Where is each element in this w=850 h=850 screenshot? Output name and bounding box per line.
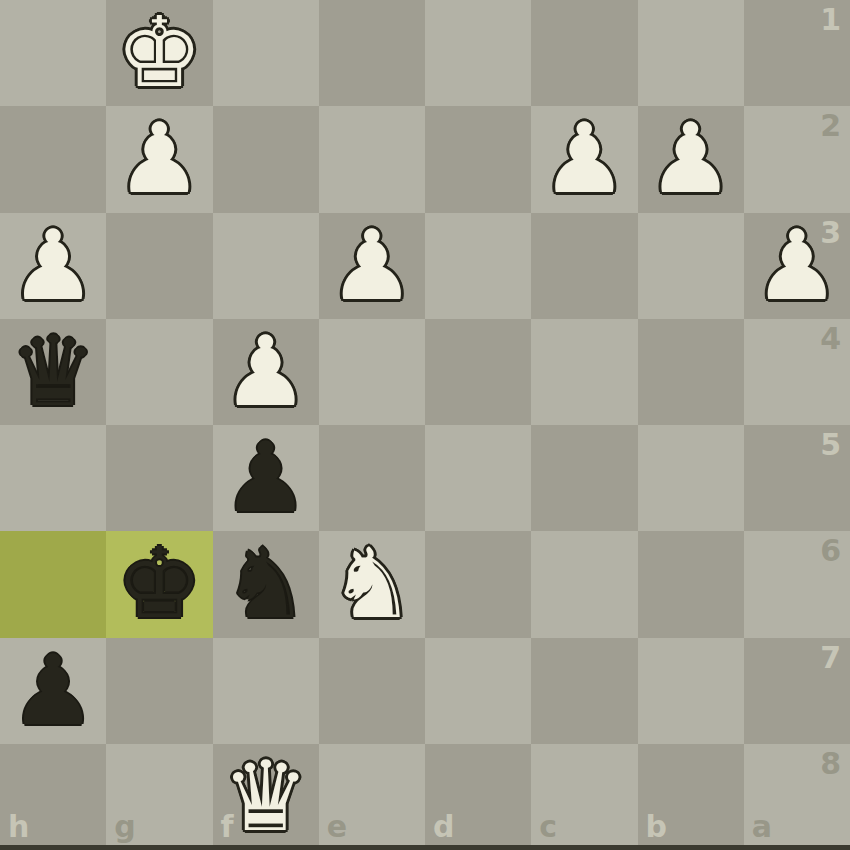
square-f8[interactable]: ♛f	[213, 744, 319, 850]
square-b3[interactable]	[638, 213, 744, 319]
square-c3[interactable]	[531, 213, 637, 319]
square-c7[interactable]	[531, 638, 637, 744]
square-f1[interactable]	[213, 0, 319, 106]
square-h7[interactable]: ♟	[0, 638, 106, 744]
square-a3[interactable]: ♟3	[744, 213, 850, 319]
square-h3[interactable]: ♟	[0, 213, 106, 319]
square-b4[interactable]	[638, 319, 744, 425]
square-b5[interactable]	[638, 425, 744, 531]
square-h4[interactable]: ♛	[0, 319, 106, 425]
white-pawn: ♟	[106, 106, 212, 212]
square-b2[interactable]: ♟	[638, 106, 744, 212]
file-label-e: e	[327, 809, 347, 844]
square-c5[interactable]	[531, 425, 637, 531]
white-pawn: ♟	[0, 213, 106, 319]
square-d6[interactable]	[425, 531, 531, 637]
white-pawn: ♟	[213, 319, 319, 425]
square-b6[interactable]	[638, 531, 744, 637]
square-e4[interactable]	[319, 319, 425, 425]
square-a5[interactable]: 5	[744, 425, 850, 531]
black-knight: ♞	[213, 531, 319, 637]
square-h1[interactable]	[0, 0, 106, 106]
square-f5[interactable]: ♟	[213, 425, 319, 531]
square-g6[interactable]: ♚	[106, 531, 212, 637]
square-f2[interactable]	[213, 106, 319, 212]
square-e5[interactable]	[319, 425, 425, 531]
square-f6[interactable]: ♞	[213, 531, 319, 637]
rank-label-5: 5	[820, 427, 841, 462]
square-f7[interactable]	[213, 638, 319, 744]
square-f3[interactable]	[213, 213, 319, 319]
white-pawn: ♟	[319, 213, 425, 319]
square-c4[interactable]	[531, 319, 637, 425]
square-d4[interactable]	[425, 319, 531, 425]
chess-board: ♚1♟♟♟2♟♟♟3♛♟4♟5♚♞♞6♟7hg♛fedcb8a	[0, 0, 850, 850]
black-pawn: ♟	[213, 425, 319, 531]
black-queen: ♛	[0, 319, 106, 425]
square-a1[interactable]: 1	[744, 0, 850, 106]
square-h2[interactable]	[0, 106, 106, 212]
square-e3[interactable]: ♟	[319, 213, 425, 319]
rank-label-1: 1	[820, 2, 841, 37]
white-pawn: ♟	[531, 106, 637, 212]
square-c2[interactable]: ♟	[531, 106, 637, 212]
rank-label-6: 6	[820, 533, 841, 568]
square-h5[interactable]	[0, 425, 106, 531]
square-c1[interactable]	[531, 0, 637, 106]
square-f4[interactable]: ♟	[213, 319, 319, 425]
square-a4[interactable]: 4	[744, 319, 850, 425]
square-e8[interactable]: e	[319, 744, 425, 850]
file-label-f: f	[221, 809, 234, 844]
square-e1[interactable]	[319, 0, 425, 106]
white-pawn: ♟	[638, 106, 744, 212]
file-label-h: h	[8, 809, 29, 844]
square-b7[interactable]	[638, 638, 744, 744]
square-h6[interactable]	[0, 531, 106, 637]
white-king: ♚	[106, 0, 212, 106]
square-g8[interactable]: g	[106, 744, 212, 850]
square-h8[interactable]: h	[0, 744, 106, 850]
file-label-a: a	[752, 809, 772, 844]
square-d2[interactable]	[425, 106, 531, 212]
square-b1[interactable]	[638, 0, 744, 106]
square-g7[interactable]	[106, 638, 212, 744]
rank-label-7: 7	[820, 640, 841, 675]
square-g3[interactable]	[106, 213, 212, 319]
square-b8[interactable]: b	[638, 744, 744, 850]
square-a7[interactable]: 7	[744, 638, 850, 744]
square-a6[interactable]: 6	[744, 531, 850, 637]
square-a2[interactable]: 2	[744, 106, 850, 212]
rank-label-2: 2	[820, 108, 841, 143]
square-g4[interactable]	[106, 319, 212, 425]
file-label-b: b	[646, 809, 667, 844]
square-a8[interactable]: 8a	[744, 744, 850, 850]
square-c8[interactable]: c	[531, 744, 637, 850]
square-c6[interactable]	[531, 531, 637, 637]
white-knight: ♞	[319, 531, 425, 637]
square-e6[interactable]: ♞	[319, 531, 425, 637]
square-d5[interactable]	[425, 425, 531, 531]
black-pawn: ♟	[0, 638, 106, 744]
square-e2[interactable]	[319, 106, 425, 212]
file-label-g: g	[114, 809, 135, 844]
square-d3[interactable]	[425, 213, 531, 319]
file-label-c: c	[539, 809, 557, 844]
square-d1[interactable]	[425, 0, 531, 106]
square-g5[interactable]	[106, 425, 212, 531]
square-d7[interactable]	[425, 638, 531, 744]
black-king: ♚	[106, 531, 212, 637]
rank-label-8: 8	[820, 746, 841, 781]
chess-app-window: ♚1♟♟♟2♟♟♟3♛♟4♟5♚♞♞6♟7hg♛fedcb8a	[0, 0, 850, 850]
file-label-d: d	[433, 809, 454, 844]
square-g2[interactable]: ♟	[106, 106, 212, 212]
bottom-edge-bar	[0, 845, 850, 850]
square-g1[interactable]: ♚	[106, 0, 212, 106]
square-d8[interactable]: d	[425, 744, 531, 850]
square-e7[interactable]	[319, 638, 425, 744]
rank-label-4: 4	[820, 321, 841, 356]
rank-label-3: 3	[820, 215, 841, 250]
